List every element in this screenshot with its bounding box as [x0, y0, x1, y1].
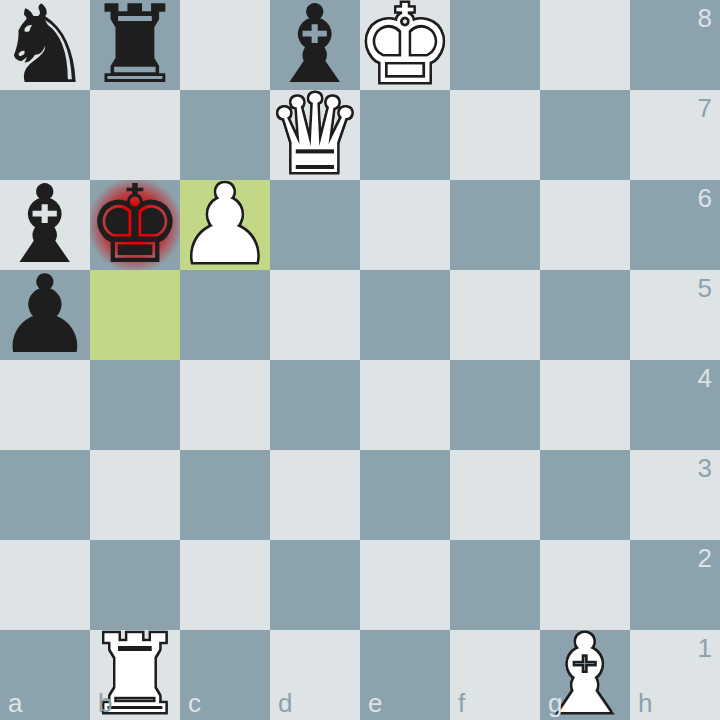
square-f6[interactable] — [450, 180, 540, 270]
square-b1[interactable]: ♜b — [90, 630, 180, 720]
square-h3[interactable]: 3 — [630, 450, 720, 540]
black-king-piece[interactable]: ♚ — [90, 180, 180, 270]
square-f1[interactable]: f — [450, 630, 540, 720]
square-h6[interactable]: 6 — [630, 180, 720, 270]
square-c2[interactable] — [180, 540, 270, 630]
square-d2[interactable] — [270, 540, 360, 630]
square-h1[interactable]: h1 — [630, 630, 720, 720]
black-rook-piece[interactable]: ♜ — [90, 0, 180, 90]
square-h8[interactable]: 8 — [630, 0, 720, 90]
square-g4[interactable] — [540, 360, 630, 450]
square-d4[interactable] — [270, 360, 360, 450]
square-g7[interactable] — [540, 90, 630, 180]
rank-label-8: 8 — [698, 5, 712, 31]
rank-label-6: 6 — [698, 185, 712, 211]
file-label-d: d — [278, 690, 292, 716]
square-e1[interactable]: e — [360, 630, 450, 720]
square-h7[interactable]: 7 — [630, 90, 720, 180]
square-e8[interactable]: ♚ — [360, 0, 450, 90]
square-g8[interactable] — [540, 0, 630, 90]
square-a5[interactable]: ♟ — [0, 270, 90, 360]
white-pawn-piece[interactable]: ♟ — [180, 180, 270, 270]
square-g3[interactable] — [540, 450, 630, 540]
file-label-h: h — [638, 690, 652, 716]
square-b4[interactable] — [90, 360, 180, 450]
chess-board: ♞♜♝♚8♛7♝♚♟6♟5432a♜bcdef♝gh1 — [0, 0, 720, 720]
square-c6[interactable]: ♟ — [180, 180, 270, 270]
file-label-c: c — [188, 690, 201, 716]
square-f4[interactable] — [450, 360, 540, 450]
black-pawn-piece[interactable]: ♟ — [0, 270, 90, 360]
square-c1[interactable]: c — [180, 630, 270, 720]
square-f2[interactable] — [450, 540, 540, 630]
square-e5[interactable] — [360, 270, 450, 360]
square-g5[interactable] — [540, 270, 630, 360]
square-d1[interactable]: d — [270, 630, 360, 720]
white-rook-piece[interactable]: ♜ — [90, 630, 180, 720]
file-label-f: f — [458, 690, 465, 716]
white-king-piece[interactable]: ♚ — [360, 0, 450, 90]
square-c8[interactable] — [180, 0, 270, 90]
square-b6[interactable]: ♚ — [90, 180, 180, 270]
square-g6[interactable] — [540, 180, 630, 270]
square-e6[interactable] — [360, 180, 450, 270]
square-a1[interactable]: a — [0, 630, 90, 720]
square-e2[interactable] — [360, 540, 450, 630]
square-f5[interactable] — [450, 270, 540, 360]
square-h4[interactable]: 4 — [630, 360, 720, 450]
square-e4[interactable] — [360, 360, 450, 450]
white-bishop-piece[interactable]: ♝ — [540, 630, 630, 720]
rank-label-7: 7 — [698, 95, 712, 121]
square-a3[interactable] — [0, 450, 90, 540]
square-f7[interactable] — [450, 90, 540, 180]
square-h5[interactable]: 5 — [630, 270, 720, 360]
square-c3[interactable] — [180, 450, 270, 540]
white-queen-piece[interactable]: ♛ — [270, 90, 360, 180]
file-label-a: a — [8, 690, 22, 716]
square-b3[interactable] — [90, 450, 180, 540]
black-knight-piece[interactable]: ♞ — [0, 0, 90, 90]
square-g1[interactable]: ♝g — [540, 630, 630, 720]
file-label-e: e — [368, 690, 382, 716]
square-d3[interactable] — [270, 450, 360, 540]
square-b8[interactable]: ♜ — [90, 0, 180, 90]
rank-label-5: 5 — [698, 275, 712, 301]
square-f8[interactable] — [450, 0, 540, 90]
rank-label-2: 2 — [698, 545, 712, 571]
rank-label-3: 3 — [698, 455, 712, 481]
square-a8[interactable]: ♞ — [0, 0, 90, 90]
square-a2[interactable] — [0, 540, 90, 630]
square-d5[interactable] — [270, 270, 360, 360]
square-c4[interactable] — [180, 360, 270, 450]
square-h2[interactable]: 2 — [630, 540, 720, 630]
rank-label-1: 1 — [698, 635, 712, 661]
square-f3[interactable] — [450, 450, 540, 540]
square-d7[interactable]: ♛ — [270, 90, 360, 180]
square-e3[interactable] — [360, 450, 450, 540]
rank-label-4: 4 — [698, 365, 712, 391]
